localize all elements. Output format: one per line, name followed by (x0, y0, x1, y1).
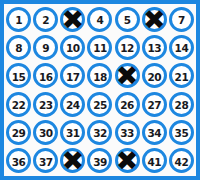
number-cell-39[interactable]: 39 (86, 147, 113, 175)
number-label: 21 (175, 71, 189, 82)
number-cell-24[interactable]: 24 (59, 90, 86, 118)
number-cell-15[interactable]: 15 (5, 62, 32, 90)
number-ball: 37 (33, 148, 58, 173)
number-label: 7 (178, 14, 185, 25)
number-ball: 14 (169, 35, 194, 60)
number-cell-17[interactable]: 17 (59, 62, 86, 90)
number-ball (60, 148, 85, 173)
number-ball: 20 (142, 63, 167, 88)
number-label: 9 (42, 43, 49, 54)
number-ball: 5 (115, 7, 140, 32)
number-cell-25[interactable]: 25 (86, 90, 113, 118)
number-label: 30 (39, 128, 53, 139)
number-label: 18 (93, 71, 107, 82)
number-ball: 39 (87, 148, 112, 173)
number-label: 29 (12, 128, 26, 139)
number-ball: 32 (87, 120, 112, 145)
number-ball: 31 (60, 120, 85, 145)
number-ball: 23 (33, 92, 58, 117)
number-ball: 21 (169, 63, 194, 88)
number-cell-22[interactable]: 22 (5, 90, 32, 118)
number-ball (60, 7, 85, 32)
number-ball: 7 (169, 7, 194, 32)
number-cell-30[interactable]: 30 (32, 118, 59, 146)
number-label: 22 (12, 99, 26, 110)
number-cell-11[interactable]: 11 (86, 33, 113, 61)
number-ball: 26 (115, 92, 140, 117)
number-cell-41[interactable]: 41 (141, 147, 168, 175)
number-label: 1 (15, 14, 22, 25)
number-ball: 22 (6, 92, 31, 117)
number-label: 2 (42, 14, 49, 25)
number-cell-12[interactable]: 12 (114, 33, 141, 61)
number-ball: 28 (169, 92, 194, 117)
number-ball: 10 (60, 35, 85, 60)
number-label: 4 (97, 14, 104, 25)
number-ball: 17 (60, 63, 85, 88)
number-cell-1[interactable]: 1 (5, 5, 32, 33)
number-label: 15 (12, 71, 26, 82)
number-label: 32 (93, 128, 107, 139)
number-cell-19[interactable]: ✖ (114, 62, 141, 90)
number-cell-10[interactable]: 10 (59, 33, 86, 61)
number-label: 28 (175, 99, 189, 110)
number-ball: 2 (33, 7, 58, 32)
number-cell-31[interactable]: 31 (59, 118, 86, 146)
number-cell-14[interactable]: 14 (168, 33, 195, 61)
number-cell-27[interactable]: 27 (141, 90, 168, 118)
number-ball: 11 (87, 35, 112, 60)
number-cell-26[interactable]: 26 (114, 90, 141, 118)
number-cell-35[interactable]: 35 (168, 118, 195, 146)
number-ball: 27 (142, 92, 167, 117)
number-label: 14 (175, 43, 189, 54)
number-label: 37 (39, 156, 53, 167)
number-cell-38[interactable]: ✖ (59, 147, 86, 175)
number-cell-29[interactable]: 29 (5, 118, 32, 146)
number-ball: 34 (142, 120, 167, 145)
number-ball: 9 (33, 35, 58, 60)
number-ball: 8 (6, 35, 31, 60)
number-label: 34 (147, 128, 161, 139)
number-cell-13[interactable]: 13 (141, 33, 168, 61)
number-label: 24 (66, 99, 80, 110)
number-label: 16 (39, 71, 53, 82)
number-label: 25 (93, 99, 107, 110)
number-label: 23 (39, 99, 53, 110)
number-cell-20[interactable]: 20 (141, 62, 168, 90)
number-ball: 33 (115, 120, 140, 145)
number-ball: 13 (142, 35, 167, 60)
number-ball: 35 (169, 120, 194, 145)
number-ball: 30 (33, 120, 58, 145)
number-cell-21[interactable]: 21 (168, 62, 195, 90)
number-ball: 4 (87, 7, 112, 32)
number-label: 35 (175, 128, 189, 139)
number-cell-18[interactable]: 18 (86, 62, 113, 90)
number-label: 12 (120, 43, 134, 54)
number-ball: 12 (115, 35, 140, 60)
number-label: 13 (147, 43, 161, 54)
lottery-number-board: 12✖45✖789101112131415161718✖202122232425… (0, 0, 200, 180)
number-ball: 1 (6, 7, 31, 32)
number-label: 5 (124, 14, 131, 25)
number-label: 33 (120, 128, 134, 139)
number-ball (142, 7, 167, 32)
number-cell-33[interactable]: 33 (114, 118, 141, 146)
number-cell-16[interactable]: 16 (32, 62, 59, 90)
number-ball: 18 (87, 63, 112, 88)
number-ball: 25 (87, 92, 112, 117)
number-cell-2[interactable]: 2 (32, 5, 59, 33)
number-ball: 41 (142, 148, 167, 173)
number-label: 27 (147, 99, 161, 110)
number-cell-4[interactable]: 4 (86, 5, 113, 33)
number-cell-32[interactable]: 32 (86, 118, 113, 146)
number-cell-7[interactable]: 7 (168, 5, 195, 33)
number-label: 11 (93, 43, 107, 54)
number-cell-23[interactable]: 23 (32, 90, 59, 118)
number-ball (115, 148, 140, 173)
number-ball: 29 (6, 120, 31, 145)
number-label: 39 (93, 156, 107, 167)
number-cell-6[interactable]: ✖ (141, 5, 168, 33)
number-cell-28[interactable]: 28 (168, 90, 195, 118)
number-label: 20 (147, 71, 161, 82)
number-label: 8 (15, 43, 22, 54)
number-label: 17 (66, 71, 80, 82)
number-ball: 16 (33, 63, 58, 88)
number-label: 36 (12, 156, 26, 167)
number-cell-8[interactable]: 8 (5, 33, 32, 61)
number-cell-36[interactable]: 36 (5, 147, 32, 175)
number-label: 26 (120, 99, 134, 110)
number-label: 42 (175, 156, 189, 167)
number-cell-5[interactable]: 5 (114, 5, 141, 33)
number-cell-42[interactable]: 42 (168, 147, 195, 175)
number-cell-3[interactable]: ✖ (59, 5, 86, 33)
number-ball (115, 63, 140, 88)
number-label: 41 (147, 156, 161, 167)
number-cell-9[interactable]: 9 (32, 33, 59, 61)
number-cell-37[interactable]: 37 (32, 147, 59, 175)
number-ball: 36 (6, 148, 31, 173)
number-label: 10 (66, 43, 80, 54)
number-label: 31 (66, 128, 80, 139)
number-cell-34[interactable]: 34 (141, 118, 168, 146)
number-ball: 24 (60, 92, 85, 117)
number-cell-40[interactable]: ✖ (114, 147, 141, 175)
number-ball: 42 (169, 148, 194, 173)
number-ball: 15 (6, 63, 31, 88)
